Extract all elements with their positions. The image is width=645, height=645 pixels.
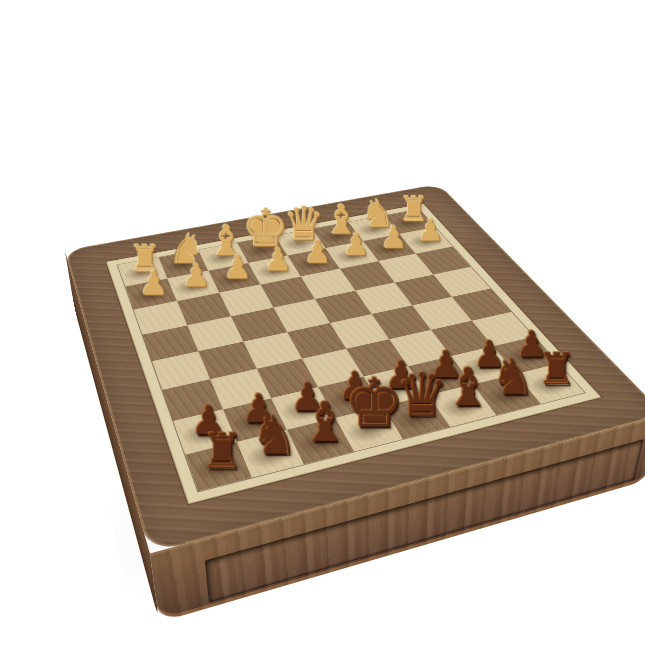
photo-background: { "game": "chess", "scene": { "descripti…: [0, 0, 645, 645]
piece-black-rook: ♜: [149, 427, 295, 476]
product-photo: ♜♞♝♚♛♝♞♜♟♟♟♟♟♟♟♟♟♟♟♟♟♟♟♟♜♞♝♚♛♝♞♜: [0, 0, 645, 645]
chess-box: ♜♞♝♚♛♝♞♜♟♟♟♟♟♟♟♟♟♟♟♟♟♟♟♟♜♞♝♚♛♝♞♜: [65, 184, 645, 553]
square-h8: ♜: [185, 442, 252, 491]
piece-white-pawn: ♟: [95, 267, 211, 300]
scene: ♜♞♝♚♛♝♞♜♟♟♟♟♟♟♟♟♟♟♟♟♟♟♟♟♜♞♝♚♛♝♞♜: [0, 0, 645, 645]
